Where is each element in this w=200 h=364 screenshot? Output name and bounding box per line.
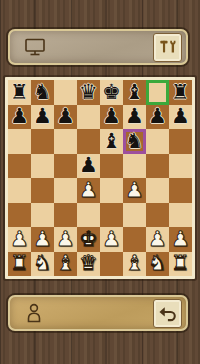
white-rook-piece: ♜ bbox=[171, 253, 190, 274]
square-h8[interactable]: ♜ bbox=[169, 80, 192, 105]
white-pawn-piece: ♟ bbox=[79, 180, 98, 201]
white-pawn-piece: ♟ bbox=[56, 229, 75, 250]
square-f5[interactable] bbox=[123, 154, 146, 179]
square-f1[interactable]: ♝ bbox=[123, 252, 146, 277]
square-a4[interactable] bbox=[8, 178, 31, 203]
white-bishop-piece: ♝ bbox=[56, 253, 75, 274]
square-f7[interactable]: ♟ bbox=[123, 105, 146, 130]
black-pawn-piece: ♟ bbox=[171, 106, 190, 127]
white-pawn-piece: ♟ bbox=[148, 229, 167, 250]
square-f3[interactable] bbox=[123, 203, 146, 228]
black-pawn-piece: ♟ bbox=[79, 155, 98, 176]
player-person-icon bbox=[24, 302, 44, 324]
square-b5[interactable] bbox=[31, 154, 54, 179]
square-g1[interactable]: ♞ bbox=[146, 252, 169, 277]
square-a8[interactable]: ♜ bbox=[8, 80, 31, 105]
square-a7[interactable]: ♟ bbox=[8, 105, 31, 130]
square-a1[interactable]: ♜ bbox=[8, 252, 31, 277]
black-pawn-piece: ♟ bbox=[148, 106, 167, 127]
square-c4[interactable] bbox=[54, 178, 77, 203]
square-c8[interactable] bbox=[54, 80, 77, 105]
square-b6[interactable] bbox=[31, 129, 54, 154]
square-f4[interactable]: ♟ bbox=[123, 178, 146, 203]
square-h4[interactable] bbox=[169, 178, 192, 203]
square-g4[interactable] bbox=[146, 178, 169, 203]
black-king-piece: ♚ bbox=[102, 82, 121, 103]
black-knight-piece: ♞ bbox=[33, 82, 52, 103]
square-b4[interactable] bbox=[31, 178, 54, 203]
black-queen-piece: ♛ bbox=[79, 82, 98, 103]
computer-monitor-icon bbox=[24, 37, 46, 57]
square-g6[interactable] bbox=[146, 129, 169, 154]
square-d7[interactable] bbox=[77, 105, 100, 130]
square-a3[interactable] bbox=[8, 203, 31, 228]
white-knight-piece: ♞ bbox=[33, 253, 52, 274]
black-pawn-piece: ♟ bbox=[125, 106, 144, 127]
square-h1[interactable]: ♜ bbox=[169, 252, 192, 277]
square-e7[interactable]: ♟ bbox=[100, 105, 123, 130]
white-pawn-piece: ♟ bbox=[102, 229, 121, 250]
square-e4[interactable] bbox=[100, 178, 123, 203]
black-bishop-piece: ♝ bbox=[102, 131, 121, 152]
white-pawn-piece: ♟ bbox=[10, 229, 29, 250]
white-bishop-piece: ♝ bbox=[125, 253, 144, 274]
square-a2[interactable]: ♟ bbox=[8, 227, 31, 252]
square-e2[interactable]: ♟ bbox=[100, 227, 123, 252]
chess-board-frame: ♜♞♛♚♝♜♟♟♟♟♟♟♟♝♞♟♟♟♟♟♟♚♟♟♟♜♞♝♛♝♞♜ bbox=[5, 77, 195, 279]
square-g3[interactable] bbox=[146, 203, 169, 228]
white-rook-piece: ♜ bbox=[10, 253, 29, 274]
square-b3[interactable] bbox=[31, 203, 54, 228]
square-b1[interactable]: ♞ bbox=[31, 252, 54, 277]
white-knight-piece: ♞ bbox=[148, 253, 167, 274]
square-d8[interactable]: ♛ bbox=[77, 80, 100, 105]
undo-icon bbox=[158, 304, 177, 323]
square-h7[interactable]: ♟ bbox=[169, 105, 192, 130]
square-c5[interactable] bbox=[54, 154, 77, 179]
square-e5[interactable] bbox=[100, 154, 123, 179]
black-bishop-piece: ♝ bbox=[125, 82, 144, 103]
black-pawn-piece: ♟ bbox=[102, 106, 121, 127]
white-pawn-piece: ♟ bbox=[33, 229, 52, 250]
square-b2[interactable]: ♟ bbox=[31, 227, 54, 252]
square-d4[interactable]: ♟ bbox=[77, 178, 100, 203]
square-e1[interactable] bbox=[100, 252, 123, 277]
square-c1[interactable]: ♝ bbox=[54, 252, 77, 277]
square-g5[interactable] bbox=[146, 154, 169, 179]
black-pawn-piece: ♟ bbox=[33, 106, 52, 127]
square-e8[interactable]: ♚ bbox=[100, 80, 123, 105]
tools-button[interactable] bbox=[153, 33, 182, 62]
square-f6[interactable]: ♞ bbox=[123, 129, 146, 154]
white-pawn-piece: ♟ bbox=[125, 180, 144, 201]
square-f8[interactable]: ♝ bbox=[123, 80, 146, 105]
square-d5[interactable]: ♟ bbox=[77, 154, 100, 179]
black-knight-piece: ♞ bbox=[125, 131, 144, 152]
square-h2[interactable]: ♟ bbox=[169, 227, 192, 252]
opponent-bar bbox=[8, 29, 188, 65]
square-d2[interactable]: ♚ bbox=[77, 227, 100, 252]
square-f2[interactable] bbox=[123, 227, 146, 252]
square-c6[interactable] bbox=[54, 129, 77, 154]
tools-icon bbox=[159, 38, 177, 56]
square-h6[interactable] bbox=[169, 129, 192, 154]
square-b7[interactable]: ♟ bbox=[31, 105, 54, 130]
square-e3[interactable] bbox=[100, 203, 123, 228]
square-a6[interactable] bbox=[8, 129, 31, 154]
square-a5[interactable] bbox=[8, 154, 31, 179]
square-c3[interactable] bbox=[54, 203, 77, 228]
white-queen-piece: ♛ bbox=[79, 253, 98, 274]
black-pawn-piece: ♟ bbox=[56, 106, 75, 127]
black-rook-piece: ♜ bbox=[10, 82, 29, 103]
square-d1[interactable]: ♛ bbox=[77, 252, 100, 277]
square-h3[interactable] bbox=[169, 203, 192, 228]
square-b8[interactable]: ♞ bbox=[31, 80, 54, 105]
square-g7[interactable]: ♟ bbox=[146, 105, 169, 130]
square-h5[interactable] bbox=[169, 154, 192, 179]
square-e6[interactable]: ♝ bbox=[100, 129, 123, 154]
square-g8[interactable] bbox=[146, 80, 169, 105]
player-bar bbox=[8, 295, 188, 331]
square-c2[interactable]: ♟ bbox=[54, 227, 77, 252]
black-rook-piece: ♜ bbox=[171, 82, 190, 103]
white-king-piece: ♚ bbox=[79, 229, 98, 250]
square-c7[interactable]: ♟ bbox=[54, 105, 77, 130]
white-pawn-piece: ♟ bbox=[171, 229, 190, 250]
square-d3[interactable] bbox=[77, 203, 100, 228]
black-pawn-piece: ♟ bbox=[10, 106, 29, 127]
square-d6[interactable] bbox=[77, 129, 100, 154]
chess-board: ♜♞♛♚♝♜♟♟♟♟♟♟♟♝♞♟♟♟♟♟♟♚♟♟♟♜♞♝♛♝♞♜ bbox=[8, 80, 192, 276]
square-g2[interactable]: ♟ bbox=[146, 227, 169, 252]
undo-button[interactable] bbox=[153, 299, 182, 328]
